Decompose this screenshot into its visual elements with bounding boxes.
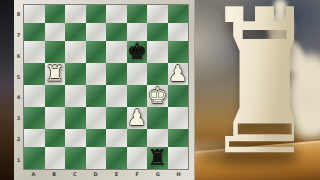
square-a8[interactable]	[24, 5, 45, 23]
square-g6[interactable]	[147, 41, 168, 63]
square-f4[interactable]	[127, 85, 148, 107]
square-e2[interactable]	[106, 129, 127, 147]
rank-label-8: 8	[14, 4, 23, 25]
square-e4[interactable]	[106, 85, 127, 107]
file-label-e: E	[106, 170, 127, 178]
square-f6[interactable]: ♚	[127, 41, 148, 63]
square-b7[interactable]	[45, 23, 66, 41]
white-rook[interactable]: ♜	[45, 63, 65, 85]
square-f5[interactable]	[127, 63, 148, 85]
file-label-b: B	[44, 170, 65, 178]
square-b2[interactable]	[45, 129, 66, 147]
file-label-a: A	[23, 170, 44, 178]
square-g5[interactable]	[147, 63, 168, 85]
square-a5[interactable]	[24, 63, 45, 85]
rank-labels: 87654321	[14, 4, 23, 170]
square-b5[interactable]: ♜	[45, 63, 66, 85]
square-b8[interactable]	[45, 5, 66, 23]
black-rook[interactable]: ♜	[147, 147, 167, 169]
rank-label-4: 4	[14, 87, 23, 108]
board-frame: 87654321 ♚♜♟♚♟♜ ABCDEFGH	[14, 0, 195, 180]
square-f3[interactable]: ♟	[127, 107, 148, 129]
square-e5[interactable]	[106, 63, 127, 85]
square-e1[interactable]	[106, 147, 127, 169]
square-c4[interactable]	[65, 85, 86, 107]
square-h5[interactable]: ♟	[168, 63, 189, 85]
square-a6[interactable]	[24, 41, 45, 63]
photo-left-strip	[0, 0, 15, 180]
square-d7[interactable]	[86, 23, 107, 41]
square-f8[interactable]	[127, 5, 148, 23]
file-labels: ABCDEFGH	[23, 170, 189, 178]
square-h2[interactable]	[168, 129, 189, 147]
square-b4[interactable]	[45, 85, 66, 107]
file-label-h: H	[168, 170, 189, 178]
rank-label-7: 7	[14, 25, 23, 46]
photo-background: ♟ ♜	[190, 0, 320, 180]
square-c2[interactable]	[65, 129, 86, 147]
square-d8[interactable]	[86, 5, 107, 23]
white-pawn[interactable]: ♟	[127, 107, 147, 129]
square-g3[interactable]	[147, 107, 168, 129]
black-king[interactable]: ♚	[127, 41, 147, 63]
square-c7[interactable]	[65, 23, 86, 41]
file-label-f: F	[127, 170, 148, 178]
file-label-d: D	[85, 170, 106, 178]
square-d1[interactable]	[86, 147, 107, 169]
rank-label-2: 2	[14, 129, 23, 150]
square-f1[interactable]	[127, 147, 148, 169]
square-h1[interactable]	[168, 147, 189, 169]
square-d6[interactable]	[86, 41, 107, 63]
square-g7[interactable]	[147, 23, 168, 41]
square-g4[interactable]: ♚	[147, 85, 168, 107]
square-e7[interactable]	[106, 23, 127, 41]
rank-label-5: 5	[14, 66, 23, 87]
square-c8[interactable]	[65, 5, 86, 23]
square-h8[interactable]	[168, 5, 189, 23]
photo-rook-icon: ♜	[202, 0, 294, 180]
square-a3[interactable]	[24, 107, 45, 129]
square-d4[interactable]	[86, 85, 107, 107]
square-a2[interactable]	[24, 129, 45, 147]
square-b6[interactable]	[45, 41, 66, 63]
white-pawn[interactable]: ♟	[168, 63, 188, 85]
square-c1[interactable]	[65, 147, 86, 169]
square-e3[interactable]	[106, 107, 127, 129]
rank-label-6: 6	[14, 46, 23, 67]
square-b3[interactable]	[45, 107, 66, 129]
square-d3[interactable]	[86, 107, 107, 129]
square-c6[interactable]	[65, 41, 86, 63]
square-e6[interactable]	[106, 41, 127, 63]
rank-label-3: 3	[14, 108, 23, 129]
square-e8[interactable]	[106, 5, 127, 23]
square-g8[interactable]	[147, 5, 168, 23]
square-d2[interactable]	[86, 129, 107, 147]
file-label-c: C	[65, 170, 86, 178]
white-king[interactable]: ♚	[147, 85, 167, 107]
square-a7[interactable]	[24, 23, 45, 41]
rank-label-1: 1	[14, 149, 23, 170]
square-c5[interactable]	[65, 63, 86, 85]
square-h4[interactable]	[168, 85, 189, 107]
square-h7[interactable]	[168, 23, 189, 41]
square-c3[interactable]	[65, 107, 86, 129]
square-d5[interactable]	[86, 63, 107, 85]
square-g1[interactable]: ♜	[147, 147, 168, 169]
file-label-g: G	[148, 170, 169, 178]
square-h3[interactable]	[168, 107, 189, 129]
scene: ♟ ♜ 87654321 ♚♜♟♚♟♜ ABCDEFGH	[0, 0, 320, 180]
board-grid: ♚♜♟♚♟♜	[23, 4, 189, 170]
square-b1[interactable]	[45, 147, 66, 169]
square-a1[interactable]	[24, 147, 45, 169]
square-a4[interactable]	[24, 85, 45, 107]
square-f2[interactable]	[127, 129, 148, 147]
square-h6[interactable]	[168, 41, 189, 63]
